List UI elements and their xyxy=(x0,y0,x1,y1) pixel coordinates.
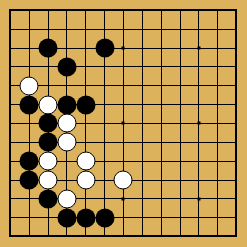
board-point[interactable] xyxy=(95,152,114,171)
board-point[interactable] xyxy=(171,152,190,171)
board-point[interactable] xyxy=(208,95,227,114)
board-point[interactable] xyxy=(189,114,208,133)
board-point[interactable] xyxy=(171,76,190,95)
grid-line-horizontal xyxy=(114,142,133,143)
board-point[interactable] xyxy=(95,133,114,152)
board-point[interactable] xyxy=(39,58,58,77)
grid-line-horizontal xyxy=(152,10,171,11)
white-stone xyxy=(114,171,133,190)
board-point[interactable] xyxy=(189,58,208,77)
grid-line-vertical xyxy=(85,10,86,19)
board-point[interactable] xyxy=(189,39,208,58)
board-point[interactable] xyxy=(1,227,20,246)
board-point[interactable] xyxy=(189,208,208,227)
black-stone xyxy=(39,114,58,133)
board-point[interactable] xyxy=(58,20,77,39)
grid-line-horizontal xyxy=(171,123,190,124)
board-point[interactable] xyxy=(1,189,20,208)
board-point[interactable] xyxy=(227,208,246,227)
black-stone xyxy=(76,95,95,114)
grid-line-horizontal xyxy=(133,180,152,181)
board-point[interactable] xyxy=(20,58,39,77)
board-point[interactable] xyxy=(95,227,114,246)
board-point[interactable] xyxy=(171,114,190,133)
board-point[interactable] xyxy=(133,58,152,77)
board-point[interactable] xyxy=(133,39,152,58)
board-point[interactable] xyxy=(114,189,133,208)
board-point[interactable] xyxy=(208,1,227,20)
grid-line-horizontal xyxy=(10,217,19,218)
grid-line-horizontal xyxy=(58,48,77,49)
grid-line-horizontal xyxy=(114,104,133,105)
board-point[interactable] xyxy=(227,189,246,208)
board-point[interactable] xyxy=(152,20,171,39)
board-point[interactable] xyxy=(208,152,227,171)
grid-line-horizontal xyxy=(114,10,133,11)
grid-line-horizontal xyxy=(58,29,77,30)
board-point[interactable] xyxy=(95,20,114,39)
board-point[interactable] xyxy=(171,20,190,39)
board-point[interactable] xyxy=(39,152,58,171)
board-point[interactable] xyxy=(39,114,58,133)
grid-line-horizontal xyxy=(171,29,190,30)
board-point[interactable] xyxy=(95,171,114,190)
board-point[interactable] xyxy=(39,189,58,208)
board-point[interactable] xyxy=(1,208,20,227)
grid-line-horizontal xyxy=(152,66,171,67)
grid-line-horizontal xyxy=(95,66,114,67)
board-point[interactable] xyxy=(76,95,95,114)
black-stone xyxy=(39,133,58,152)
grid-line-horizontal xyxy=(227,236,236,237)
board-point[interactable] xyxy=(20,114,39,133)
white-stone xyxy=(57,189,76,208)
grid-line-horizontal xyxy=(152,217,171,218)
white-stone xyxy=(20,76,39,95)
grid-line-horizontal xyxy=(10,161,19,162)
white-stone xyxy=(39,152,58,171)
black-stone xyxy=(76,208,95,227)
grid-line-horizontal xyxy=(171,85,190,86)
board-point[interactable] xyxy=(152,114,171,133)
board-point[interactable] xyxy=(58,189,77,208)
board-point[interactable] xyxy=(133,133,152,152)
grid-line-horizontal xyxy=(20,29,39,30)
grid-line-horizontal xyxy=(152,180,171,181)
grid-line-vertical xyxy=(48,10,49,19)
black-stone xyxy=(57,57,76,76)
grid-line-horizontal xyxy=(20,236,39,237)
board-point[interactable] xyxy=(171,171,190,190)
board-point[interactable] xyxy=(58,39,77,58)
grid-line-horizontal xyxy=(114,217,133,218)
board-point[interactable] xyxy=(208,39,227,58)
board-point[interactable] xyxy=(114,227,133,246)
grid-line-horizontal xyxy=(76,85,95,86)
grid-line-horizontal xyxy=(95,142,114,143)
grid-line-horizontal xyxy=(10,104,19,105)
grid-line-horizontal xyxy=(133,236,152,237)
board-point[interactable] xyxy=(171,58,190,77)
board-point[interactable] xyxy=(114,76,133,95)
grid-line-horizontal xyxy=(208,10,227,11)
board-point[interactable] xyxy=(20,95,39,114)
black-stone xyxy=(20,152,39,171)
board-point[interactable] xyxy=(208,208,227,227)
board-point[interactable] xyxy=(133,189,152,208)
board-point[interactable] xyxy=(58,171,77,190)
grid-line-horizontal xyxy=(152,236,171,237)
grid-line-horizontal xyxy=(152,48,171,49)
grid-line-horizontal xyxy=(58,161,77,162)
board-point[interactable] xyxy=(39,208,58,227)
board-point[interactable] xyxy=(76,20,95,39)
board-point[interactable] xyxy=(1,58,20,77)
grid-line-horizontal xyxy=(227,198,236,199)
grid-line-horizontal xyxy=(208,236,227,237)
grid-line-horizontal xyxy=(133,198,152,199)
grid-line-horizontal xyxy=(76,198,95,199)
board-point[interactable] xyxy=(39,39,58,58)
board-point[interactable] xyxy=(208,20,227,39)
board-point[interactable] xyxy=(133,152,152,171)
board-point[interactable] xyxy=(58,76,77,95)
board-point[interactable] xyxy=(171,189,190,208)
board-point[interactable] xyxy=(114,152,133,171)
grid-line-horizontal xyxy=(76,66,95,67)
board-point[interactable] xyxy=(133,95,152,114)
grid-line-horizontal xyxy=(95,10,114,11)
grid-line-horizontal xyxy=(20,142,39,143)
board-point[interactable] xyxy=(133,114,152,133)
grid-line-horizontal xyxy=(39,236,58,237)
grid-line-vertical xyxy=(10,10,11,19)
board-point[interactable] xyxy=(20,208,39,227)
board-point[interactable] xyxy=(189,171,208,190)
grid-line-horizontal xyxy=(10,10,19,11)
board-point[interactable] xyxy=(189,95,208,114)
board-point[interactable] xyxy=(171,133,190,152)
board-point[interactable] xyxy=(39,227,58,246)
board-point[interactable] xyxy=(1,95,20,114)
grid-line-horizontal xyxy=(208,123,227,124)
grid-line-horizontal xyxy=(133,66,152,67)
grid-line-horizontal xyxy=(208,66,227,67)
grid-line-horizontal xyxy=(133,161,152,162)
grid-line-horizontal xyxy=(208,198,227,199)
black-stone xyxy=(39,189,58,208)
board-point[interactable] xyxy=(58,95,77,114)
board-point[interactable] xyxy=(227,171,246,190)
board-point[interactable] xyxy=(76,76,95,95)
board-point[interactable] xyxy=(76,152,95,171)
star-point xyxy=(122,122,125,125)
white-stone xyxy=(76,171,95,190)
board-point[interactable] xyxy=(114,114,133,133)
board-point[interactable] xyxy=(20,171,39,190)
board-point[interactable] xyxy=(171,39,190,58)
board-point[interactable] xyxy=(1,1,20,20)
grid-line-horizontal xyxy=(20,66,39,67)
grid-line-horizontal xyxy=(95,29,114,30)
board-point[interactable] xyxy=(227,39,246,58)
board-point[interactable] xyxy=(58,152,77,171)
board-point[interactable] xyxy=(20,1,39,20)
board-point[interactable] xyxy=(152,76,171,95)
board-point[interactable] xyxy=(58,58,77,77)
board-point[interactable] xyxy=(133,1,152,20)
grid-line-horizontal xyxy=(95,198,114,199)
board-point[interactable] xyxy=(227,152,246,171)
grid-line-horizontal xyxy=(227,104,236,105)
grid-line-horizontal xyxy=(208,29,227,30)
board-point[interactable] xyxy=(189,189,208,208)
grid-line-horizontal xyxy=(171,236,190,237)
board-point[interactable] xyxy=(133,171,152,190)
grid-line-horizontal xyxy=(171,198,190,199)
board-point[interactable] xyxy=(227,1,246,20)
board-point[interactable] xyxy=(1,152,20,171)
board-point[interactable] xyxy=(39,95,58,114)
grid-line-horizontal xyxy=(208,48,227,49)
grid-line-horizontal xyxy=(114,236,133,237)
board-point[interactable] xyxy=(20,20,39,39)
board-point[interactable] xyxy=(189,76,208,95)
grid-line-horizontal xyxy=(39,85,58,86)
board-point[interactable] xyxy=(20,76,39,95)
grid-line-horizontal xyxy=(208,217,227,218)
grid-line-horizontal xyxy=(10,29,19,30)
grid-line-horizontal xyxy=(133,85,152,86)
grid-line-horizontal xyxy=(189,104,208,105)
board-point[interactable] xyxy=(152,227,171,246)
board-point[interactable] xyxy=(20,39,39,58)
black-stone xyxy=(20,95,39,114)
grid-line-horizontal xyxy=(95,236,114,237)
white-stone xyxy=(76,152,95,171)
board-point[interactable] xyxy=(1,76,20,95)
grid-line-horizontal xyxy=(20,10,39,11)
board-point[interactable] xyxy=(58,133,77,152)
board-point[interactable] xyxy=(227,95,246,114)
board-point[interactable] xyxy=(152,171,171,190)
board-point[interactable] xyxy=(95,1,114,20)
board-point[interactable] xyxy=(95,114,114,133)
board-point[interactable] xyxy=(76,171,95,190)
grid-line-horizontal xyxy=(10,180,19,181)
board-point[interactable] xyxy=(114,1,133,20)
board-point[interactable] xyxy=(39,133,58,152)
board-point[interactable] xyxy=(227,76,246,95)
board-point[interactable] xyxy=(20,152,39,171)
board-point[interactable] xyxy=(20,133,39,152)
board-point[interactable] xyxy=(227,114,246,133)
black-stone xyxy=(95,208,114,227)
grid-line-horizontal xyxy=(152,142,171,143)
board-point[interactable] xyxy=(189,227,208,246)
grid-line-horizontal xyxy=(171,161,190,162)
board-point[interactable] xyxy=(39,76,58,95)
board-point[interactable] xyxy=(208,114,227,133)
grid-line-horizontal xyxy=(114,29,133,30)
board-grid xyxy=(1,1,246,246)
grid-line-horizontal xyxy=(227,142,236,143)
board-point[interactable] xyxy=(208,58,227,77)
board-point[interactable] xyxy=(227,20,246,39)
board-point[interactable] xyxy=(208,227,227,246)
star-point xyxy=(197,122,200,125)
grid-line-horizontal xyxy=(171,48,190,49)
grid-line-horizontal xyxy=(227,217,236,218)
grid-line-horizontal xyxy=(39,217,58,218)
grid-line-vertical xyxy=(29,10,30,19)
board-point[interactable] xyxy=(133,20,152,39)
board-point[interactable] xyxy=(95,76,114,95)
grid-line-horizontal xyxy=(76,236,95,237)
grid-line-horizontal xyxy=(227,123,236,124)
board-point[interactable] xyxy=(171,227,190,246)
board-point[interactable] xyxy=(76,189,95,208)
grid-line-horizontal xyxy=(76,10,95,11)
grid-line-horizontal xyxy=(133,142,152,143)
black-stone xyxy=(57,95,76,114)
star-point xyxy=(197,197,200,200)
star-point xyxy=(122,197,125,200)
board-point[interactable] xyxy=(152,152,171,171)
board-point[interactable] xyxy=(208,171,227,190)
board-point[interactable] xyxy=(1,20,20,39)
board-point[interactable] xyxy=(95,208,114,227)
board-point[interactable] xyxy=(227,227,246,246)
board-point[interactable] xyxy=(76,208,95,227)
grid-line-horizontal xyxy=(171,217,190,218)
board-point[interactable] xyxy=(133,227,152,246)
grid-line-vertical xyxy=(217,10,218,19)
board-point[interactable] xyxy=(95,39,114,58)
board-point[interactable] xyxy=(208,189,227,208)
grid-line-horizontal xyxy=(76,123,95,124)
board-point[interactable] xyxy=(189,20,208,39)
board-point[interactable] xyxy=(114,208,133,227)
board-point[interactable] xyxy=(114,58,133,77)
grid-line-horizontal xyxy=(189,142,208,143)
grid-line-horizontal xyxy=(189,29,208,30)
board-point[interactable] xyxy=(152,95,171,114)
grid-line-horizontal xyxy=(76,29,95,30)
board-point[interactable] xyxy=(152,39,171,58)
board-point[interactable] xyxy=(39,20,58,39)
board-point[interactable] xyxy=(76,1,95,20)
board-point[interactable] xyxy=(1,39,20,58)
grid-line-horizontal xyxy=(95,161,114,162)
board-point[interactable] xyxy=(208,76,227,95)
star-point xyxy=(197,47,200,50)
grid-line-horizontal xyxy=(58,180,77,181)
grid-line-horizontal xyxy=(76,48,95,49)
board-point[interactable] xyxy=(208,133,227,152)
board-point[interactable] xyxy=(152,58,171,77)
grid-line-horizontal xyxy=(20,217,39,218)
board-point[interactable] xyxy=(114,171,133,190)
board-point[interactable] xyxy=(58,114,77,133)
grid-line-horizontal xyxy=(208,161,227,162)
board-point[interactable] xyxy=(39,1,58,20)
grid-line-horizontal xyxy=(152,29,171,30)
board-point[interactable] xyxy=(171,95,190,114)
board-point[interactable] xyxy=(39,171,58,190)
grid-line-horizontal xyxy=(76,142,95,143)
board-point[interactable] xyxy=(133,76,152,95)
grid-line-vertical xyxy=(104,10,105,19)
board-point[interactable] xyxy=(76,227,95,246)
white-stone xyxy=(39,171,58,190)
grid-line-horizontal xyxy=(227,29,236,30)
board-point[interactable] xyxy=(20,227,39,246)
board-point[interactable] xyxy=(1,171,20,190)
grid-line-horizontal xyxy=(208,104,227,105)
board-point[interactable] xyxy=(189,1,208,20)
board-point[interactable] xyxy=(152,189,171,208)
grid-line-horizontal xyxy=(58,85,77,86)
board-point[interactable] xyxy=(171,1,190,20)
grid-line-horizontal xyxy=(189,10,208,11)
board-point[interactable] xyxy=(189,152,208,171)
board-point[interactable] xyxy=(76,39,95,58)
white-stone xyxy=(57,133,76,152)
board-point[interactable] xyxy=(114,95,133,114)
board-point[interactable] xyxy=(227,133,246,152)
board-point[interactable] xyxy=(95,189,114,208)
board-point[interactable] xyxy=(171,208,190,227)
board-point[interactable] xyxy=(152,133,171,152)
grid-line-horizontal xyxy=(189,161,208,162)
board-point[interactable] xyxy=(20,189,39,208)
grid-line-horizontal xyxy=(208,85,227,86)
board-point[interactable] xyxy=(152,1,171,20)
board-point[interactable] xyxy=(58,208,77,227)
board-point[interactable] xyxy=(76,133,95,152)
board-point[interactable] xyxy=(58,1,77,20)
grid-line-horizontal xyxy=(208,180,227,181)
grid-line-horizontal xyxy=(152,198,171,199)
grid-line-horizontal xyxy=(171,104,190,105)
grid-line-horizontal xyxy=(10,48,19,49)
board-point[interactable] xyxy=(152,208,171,227)
board-point[interactable] xyxy=(114,39,133,58)
grid-line-horizontal xyxy=(20,198,39,199)
board-point[interactable] xyxy=(1,114,20,133)
board-point[interactable] xyxy=(58,227,77,246)
grid-line-horizontal xyxy=(171,10,190,11)
board-point[interactable] xyxy=(189,133,208,152)
grid-line-horizontal xyxy=(39,10,58,11)
grid-line-horizontal xyxy=(152,123,171,124)
board-point[interactable] xyxy=(227,58,246,77)
board-point[interactable] xyxy=(114,20,133,39)
board-point[interactable] xyxy=(1,133,20,152)
board-point[interactable] xyxy=(133,208,152,227)
board-point[interactable] xyxy=(114,133,133,152)
grid-line-horizontal xyxy=(133,29,152,30)
board-point[interactable] xyxy=(76,114,95,133)
grid-line-horizontal xyxy=(171,142,190,143)
grid-line-horizontal xyxy=(10,236,19,237)
board-point[interactable] xyxy=(95,95,114,114)
board-point[interactable] xyxy=(76,58,95,77)
grid-line-horizontal xyxy=(133,217,152,218)
board-point[interactable] xyxy=(95,58,114,77)
grid-line-horizontal xyxy=(10,142,19,143)
